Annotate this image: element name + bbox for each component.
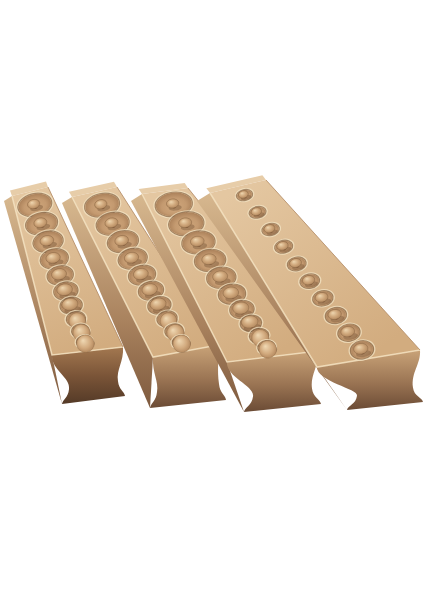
product-photo (0, 0, 424, 600)
cylinder-blocks-illustration (0, 0, 424, 600)
block-front-face (52, 347, 125, 404)
